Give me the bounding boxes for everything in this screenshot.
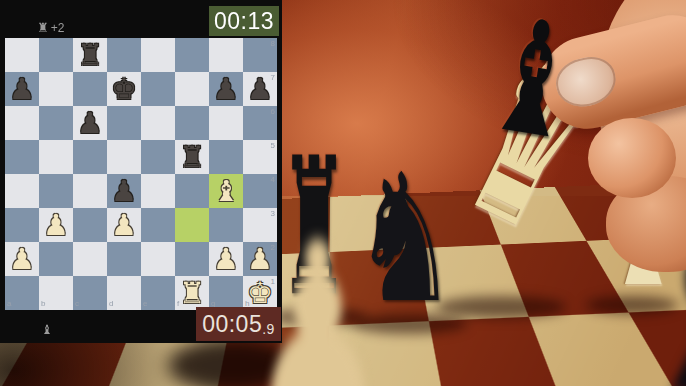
file-label-e: e	[143, 300, 147, 308]
square-h7[interactable]: ♟7	[243, 72, 277, 106]
square-h1[interactable]: ♚1h	[243, 276, 277, 310]
square-e1[interactable]: e	[141, 276, 175, 310]
square-a7[interactable]: ♟	[5, 72, 39, 106]
top-player-bar: ♜ +2 00:13	[0, 0, 282, 38]
rank-label-1: 1	[271, 278, 275, 286]
square-g7[interactable]: ♟	[209, 72, 243, 106]
square-e6[interactable]	[141, 106, 175, 140]
square-d7[interactable]: ♚	[107, 72, 141, 106]
square-f7[interactable]	[175, 72, 209, 106]
square-d1[interactable]: d	[107, 276, 141, 310]
square-b2[interactable]	[39, 242, 73, 276]
rank-label-3: 3	[271, 210, 275, 218]
chess-board: ♜8♟♚♟♟7♟6♜5♟♝4♟♟3♟♟♟2abcde♜fg♚1h	[5, 38, 277, 310]
square-a8[interactable]	[5, 38, 39, 72]
piece-white-h1: ♚	[247, 279, 273, 308]
piece-white-b3: ♟	[43, 211, 69, 240]
square-f8[interactable]	[175, 38, 209, 72]
square-c4[interactable]	[73, 174, 107, 208]
square-d3[interactable]: ♟	[107, 208, 141, 242]
bottom-clock: 00:05 .9	[196, 307, 281, 341]
piece-white-a2: ♟	[9, 245, 35, 274]
square-h4[interactable]: 4	[243, 174, 277, 208]
square-b4[interactable]	[39, 174, 73, 208]
piece-white-d3: ♟	[111, 211, 137, 240]
square-d2[interactable]	[107, 242, 141, 276]
top-material-indicator: ♜ +2	[37, 20, 64, 35]
square-g4[interactable]: ♝	[209, 174, 243, 208]
square-g3[interactable]	[209, 208, 243, 242]
square-b1[interactable]: b	[39, 276, 73, 310]
square-d5[interactable]	[107, 140, 141, 174]
piece-black-c6: ♟	[77, 109, 103, 138]
square-h6[interactable]: 6	[243, 106, 277, 140]
piece-black-f5: ♜	[179, 143, 205, 172]
top-clock-time: 00:13	[214, 8, 274, 35]
piece-black-h7: ♟	[247, 75, 273, 104]
square-g8[interactable]	[209, 38, 243, 72]
black-bishop-icon: ♝	[41, 322, 53, 337]
square-f5[interactable]: ♜	[175, 140, 209, 174]
top-clock: 00:13	[209, 6, 279, 36]
square-c1[interactable]: c	[73, 276, 107, 310]
square-g5[interactable]	[209, 140, 243, 174]
square-c8[interactable]: ♜	[73, 38, 107, 72]
square-h8[interactable]: 8	[243, 38, 277, 72]
bottom-clock-tenths: .9	[262, 321, 275, 341]
piece-black-a7: ♟	[9, 75, 35, 104]
square-h2[interactable]: ♟2	[243, 242, 277, 276]
square-g6[interactable]	[209, 106, 243, 140]
square-c7[interactable]	[73, 72, 107, 106]
file-label-a: a	[7, 300, 11, 308]
piece-black-g7: ♟	[213, 75, 239, 104]
rank-label-2: 2	[271, 244, 275, 252]
bottom-material-indicator: ♝	[41, 322, 55, 337]
square-f3[interactable]	[175, 208, 209, 242]
square-f4[interactable]	[175, 174, 209, 208]
square-f6[interactable]	[175, 106, 209, 140]
square-e7[interactable]	[141, 72, 175, 106]
file-label-f: f	[177, 300, 179, 308]
square-a1[interactable]: a	[5, 276, 39, 310]
black-rook-icon: ♜	[37, 20, 49, 35]
square-b8[interactable]	[39, 38, 73, 72]
square-b3[interactable]: ♟	[39, 208, 73, 242]
square-b7[interactable]	[39, 72, 73, 106]
screenshot: ♜ ♞ ♛ ♝ ♝ ♟ ♝ ♜ +2 00:13 ♜8♟♚♟♟7♟6♜5♟♝4♟…	[0, 0, 686, 386]
chess-app-panel: ♜ +2 00:13 ♜8♟♚♟♟7♟6♜5♟♝4♟♟3♟♟♟2abcde♜fg…	[0, 0, 282, 343]
piece-white-f1: ♜	[179, 279, 205, 308]
square-e3[interactable]	[141, 208, 175, 242]
square-e5[interactable]	[141, 140, 175, 174]
square-g2[interactable]: ♟	[209, 242, 243, 276]
square-a2[interactable]: ♟	[5, 242, 39, 276]
piece-white-g2: ♟	[213, 245, 239, 274]
square-e8[interactable]	[141, 38, 175, 72]
square-a5[interactable]	[5, 140, 39, 174]
square-d8[interactable]	[107, 38, 141, 72]
piece-black-d7: ♚	[111, 75, 137, 104]
square-c5[interactable]	[73, 140, 107, 174]
piece-black-c8: ♜	[77, 41, 103, 70]
square-d4[interactable]: ♟	[107, 174, 141, 208]
rank-label-7: 7	[271, 74, 275, 82]
piece-white-h2: ♟	[247, 245, 273, 274]
square-a4[interactable]	[5, 174, 39, 208]
square-e2[interactable]	[141, 242, 175, 276]
rank-label-5: 5	[271, 142, 275, 150]
square-d6[interactable]	[107, 106, 141, 140]
file-label-b: b	[41, 300, 45, 308]
rank-label-8: 8	[271, 40, 275, 48]
rank-label-4: 4	[271, 176, 275, 184]
square-f1[interactable]: ♜f	[175, 276, 209, 310]
rank-label-6: 6	[271, 108, 275, 116]
square-b5[interactable]	[39, 140, 73, 174]
file-label-d: d	[109, 300, 113, 308]
piece-black-d4: ♟	[111, 177, 137, 206]
bottom-clock-time: 00:05	[202, 311, 262, 338]
top-material-advantage: +2	[51, 21, 65, 35]
square-f2[interactable]	[175, 242, 209, 276]
square-h3[interactable]: 3	[243, 208, 277, 242]
curled-finger	[588, 118, 676, 198]
square-g1[interactable]: g	[209, 276, 243, 310]
square-b6[interactable]	[39, 106, 73, 140]
square-e4[interactable]	[141, 174, 175, 208]
square-h5[interactable]: 5	[243, 140, 277, 174]
square-c6[interactable]: ♟	[73, 106, 107, 140]
piece-white-g4: ♝	[213, 177, 239, 206]
square-c3[interactable]	[73, 208, 107, 242]
square-a3[interactable]	[5, 208, 39, 242]
square-a6[interactable]	[5, 106, 39, 140]
file-label-c: c	[75, 300, 79, 308]
square-c2[interactable]	[73, 242, 107, 276]
